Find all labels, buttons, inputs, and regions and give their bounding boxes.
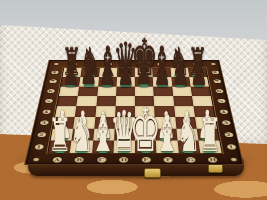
square-b2 <box>72 128 94 140</box>
brass-latch <box>144 168 161 178</box>
square-g7 <box>171 77 190 86</box>
file-label-bottom-d: D <box>118 156 129 163</box>
corner-rosette-icon <box>210 63 217 66</box>
square-h2 <box>196 128 219 140</box>
square-b3 <box>73 117 95 128</box>
file-label-top-c: C <box>104 62 113 66</box>
rank-label-right-4: 4 <box>218 109 229 114</box>
square-g8 <box>170 68 189 77</box>
square-g4 <box>174 106 195 117</box>
square-b5 <box>76 96 96 106</box>
file-label-bottom-h: H <box>207 156 219 163</box>
square-e8 <box>135 68 153 77</box>
square-e4 <box>135 106 155 117</box>
rank-label-right-7: 7 <box>212 79 222 84</box>
square-a3 <box>53 117 75 128</box>
file-label-bottom-b: B <box>74 156 86 163</box>
square-g1 <box>177 140 200 153</box>
square-a7 <box>61 77 81 86</box>
file-label-bottom-a: A <box>51 156 63 163</box>
file-label-top-h: H <box>192 62 201 66</box>
corner-rosette-icon <box>53 63 60 66</box>
square-d8 <box>117 68 135 77</box>
square-a8 <box>63 68 82 77</box>
square-e7 <box>135 77 154 86</box>
square-g3 <box>175 117 197 128</box>
photo-chess-scene: AA88BB77CC66DD55EE44FF33GG22HH11 ♜♞♝♛♚♝♞… <box>0 0 267 200</box>
square-d5 <box>115 96 134 106</box>
rank-label-right-8: 8 <box>210 70 220 74</box>
rank-label-left-3: 3 <box>38 120 49 126</box>
square-c3 <box>94 117 115 128</box>
square-f1 <box>156 140 178 153</box>
rank-label-left-4: 4 <box>41 109 52 114</box>
file-label-bottom-g: G <box>185 156 197 163</box>
rank-label-left-5: 5 <box>43 99 54 104</box>
square-b1 <box>70 140 93 153</box>
square-d4 <box>115 106 135 117</box>
square-a6 <box>59 86 79 96</box>
square-a1 <box>48 140 71 153</box>
square-f4 <box>154 106 175 117</box>
square-c8 <box>99 68 117 77</box>
rank-label-right-3: 3 <box>220 120 231 126</box>
rank-label-right-6: 6 <box>214 89 224 94</box>
file-label-top-f: F <box>157 62 166 66</box>
square-h6 <box>190 86 210 96</box>
square-d1 <box>113 140 135 153</box>
square-c2 <box>93 128 115 140</box>
square-b6 <box>78 86 98 96</box>
rank-label-left-8: 8 <box>50 70 60 74</box>
square-h7 <box>189 77 209 86</box>
square-b4 <box>75 106 96 117</box>
rank-label-left-1: 1 <box>33 144 45 150</box>
board-squares <box>47 68 223 154</box>
square-d6 <box>116 86 135 96</box>
square-f3 <box>155 117 176 128</box>
file-label-top-b: B <box>86 62 95 66</box>
square-h5 <box>192 96 213 106</box>
square-f2 <box>155 128 177 140</box>
square-g6 <box>172 86 192 96</box>
square-e1 <box>135 140 157 153</box>
square-h8 <box>188 68 207 77</box>
file-label-bottom-e: E <box>141 156 152 163</box>
rank-label-left-6: 6 <box>45 89 55 94</box>
square-a2 <box>51 128 74 140</box>
square-h1 <box>198 140 222 153</box>
rank-label-right-5: 5 <box>216 99 227 104</box>
file-label-top-a: A <box>68 62 77 66</box>
square-e6 <box>135 86 154 96</box>
square-c6 <box>97 86 116 96</box>
file-label-top-e: E <box>139 62 148 66</box>
square-g2 <box>176 128 198 140</box>
corner-rosette-icon <box>229 157 238 162</box>
square-b7 <box>79 77 98 86</box>
square-d7 <box>116 77 135 86</box>
rank-label-left-7: 7 <box>48 79 58 84</box>
rank-label-right-1: 1 <box>225 144 237 150</box>
file-label-top-d: D <box>122 62 131 66</box>
square-e5 <box>135 96 154 106</box>
file-label-top-g: G <box>174 62 183 66</box>
square-c5 <box>96 96 116 106</box>
rank-label-right-2: 2 <box>223 132 235 138</box>
square-c7 <box>98 77 117 86</box>
file-label-bottom-f: F <box>163 156 174 163</box>
square-f7 <box>153 77 172 86</box>
square-d3 <box>114 117 135 128</box>
square-e3 <box>135 117 156 128</box>
square-f5 <box>154 96 174 106</box>
chess-board: AA88BB77CC66DD55EE44FF33GG22HH11 <box>24 60 244 165</box>
square-a5 <box>57 96 78 106</box>
square-f8 <box>152 68 171 77</box>
square-d2 <box>114 128 135 140</box>
square-h4 <box>193 106 215 117</box>
corner-rosette-icon <box>32 157 41 162</box>
square-a4 <box>55 106 76 117</box>
square-c1 <box>92 140 114 153</box>
file-label-bottom-c: C <box>96 156 107 163</box>
square-f6 <box>153 86 172 96</box>
rank-label-left-2: 2 <box>36 132 48 138</box>
square-h3 <box>195 117 217 128</box>
square-b8 <box>81 68 100 77</box>
square-c4 <box>95 106 115 117</box>
square-g5 <box>173 96 193 106</box>
square-e2 <box>135 128 156 140</box>
